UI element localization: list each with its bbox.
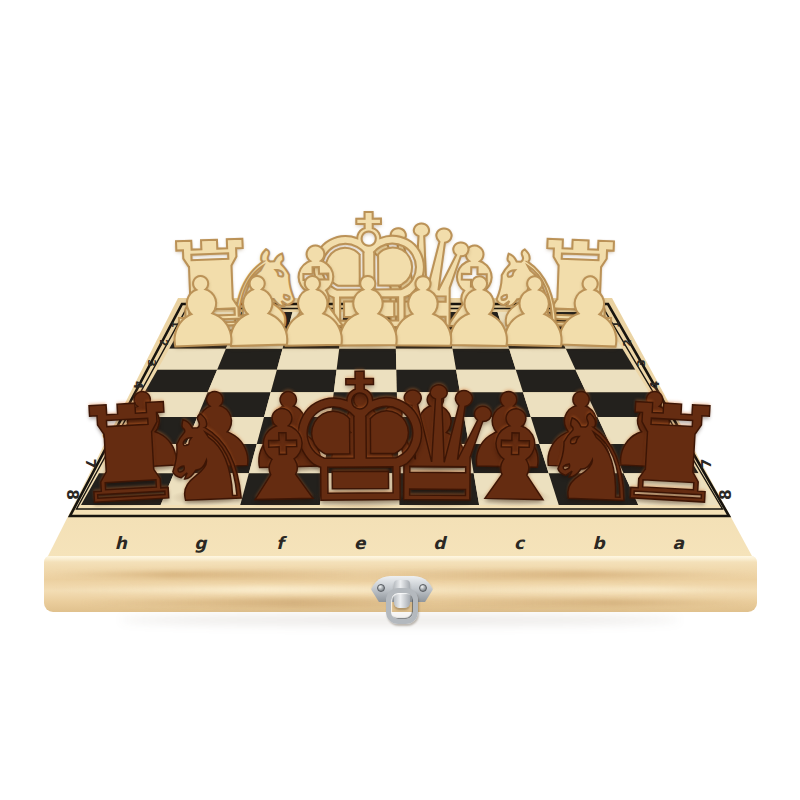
box-front-edge-highlight: [44, 556, 757, 562]
label-file-h: h: [115, 533, 128, 553]
label-rank-right-8: 8: [717, 489, 735, 500]
square-f3: [277, 349, 339, 370]
square-g1: [234, 312, 293, 330]
label-file-a: a: [672, 533, 685, 553]
square-b3: [509, 349, 575, 370]
square-c5: [460, 392, 531, 417]
square-f6: [257, 417, 331, 444]
label-file-g: g: [194, 533, 208, 553]
square-c1: [446, 312, 503, 330]
label-rank-right-1: 1: [610, 321, 621, 328]
square-g3: [217, 349, 282, 370]
square-c7: [469, 444, 549, 473]
square-g7: [174, 444, 257, 473]
square-d6: [397, 417, 468, 444]
label-rank-left-4: 4: [131, 381, 145, 389]
label-file-b: b: [592, 533, 606, 553]
square-b2: [503, 330, 566, 349]
label-rank-right-4: 4: [648, 381, 662, 389]
label-rank-left-5: 5: [116, 405, 131, 414]
square-f2: [283, 330, 342, 349]
chess-set-product-photo: hgfedcba1122334455667788 ♜♞♝♛♚♝♞♜♟♟♟♟♟♟♟…: [0, 0, 800, 800]
square-c3: [453, 349, 516, 370]
square-b6: [531, 417, 610, 444]
square-f5: [264, 392, 334, 417]
square-e4: [334, 370, 397, 393]
label-rank-left-6: 6: [100, 431, 116, 440]
label-file-d: d: [433, 533, 447, 553]
square-e6: [327, 417, 398, 444]
label-rank-right-3: 3: [635, 359, 648, 367]
square-d1: [395, 312, 449, 330]
label-rank-left-2: 2: [158, 339, 170, 346]
square-g8: [161, 473, 249, 505]
label-rank-left-8: 8: [63, 489, 81, 500]
label-file-e: e: [354, 533, 367, 553]
square-d5: [397, 392, 464, 417]
square-b4: [516, 370, 586, 393]
square-e5: [331, 392, 398, 417]
square-b7: [539, 444, 623, 473]
clasp-screw-icon: [377, 584, 385, 592]
square-d7: [398, 444, 474, 473]
square-f8: [240, 473, 324, 505]
square-h1: [180, 312, 241, 330]
square-g5: [197, 392, 270, 417]
label-rank-right-2: 2: [621, 339, 633, 346]
square-e8: [320, 473, 400, 505]
square-g6: [186, 417, 264, 444]
folding-chess-board: hgfedcba1122334455667788: [0, 0, 800, 800]
square-e2: [339, 330, 396, 349]
square-d3: [396, 349, 456, 370]
metal-clasp: [370, 574, 434, 626]
label-rank-right-5: 5: [663, 405, 678, 414]
square-h3: [157, 349, 225, 370]
square-e3: [337, 349, 397, 370]
square-c8: [474, 473, 559, 505]
label-rank-left-7: 7: [83, 459, 99, 469]
label-rank-left-3: 3: [145, 359, 158, 367]
square-b5: [523, 392, 598, 417]
square-g4: [208, 370, 277, 393]
square-e7: [324, 444, 399, 473]
square-g2: [226, 330, 288, 349]
square-d8: [399, 473, 479, 505]
square-d2: [395, 330, 452, 349]
square-f4: [271, 370, 337, 393]
label-rank-right-6: 6: [679, 431, 695, 440]
square-b1: [498, 312, 557, 330]
square-c4: [456, 370, 523, 393]
square-a1: [549, 312, 611, 330]
square-d4: [396, 370, 460, 393]
square-h2: [169, 330, 234, 349]
label-rank-right-7: 7: [698, 459, 714, 469]
square-b8: [549, 473, 639, 505]
square-f1: [288, 312, 344, 330]
square-c2: [449, 330, 509, 349]
clasp-screw-icon: [419, 584, 427, 592]
label-rank-left-1: 1: [170, 321, 181, 328]
square-f7: [249, 444, 328, 473]
square-e1: [342, 312, 396, 330]
clasp-hasp-loop: [386, 588, 418, 624]
square-c6: [464, 417, 539, 444]
